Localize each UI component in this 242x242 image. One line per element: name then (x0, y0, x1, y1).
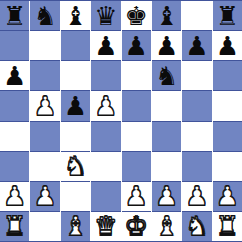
square-a2[interactable]: ♟ (0, 182, 29, 211)
square-e8[interactable]: ♚ (122, 1, 151, 30)
square-c7[interactable] (61, 31, 90, 60)
square-d5[interactable]: ♟ (91, 91, 120, 120)
piece-white-rook: ♜ (3, 213, 26, 239)
piece-white-queen: ♛ (94, 213, 117, 239)
piece-black-king: ♚ (125, 3, 148, 29)
square-h2[interactable]: ♟ (213, 182, 242, 211)
square-h1[interactable]: ♜ (213, 212, 242, 241)
square-g5[interactable] (182, 91, 211, 120)
square-c3[interactable]: ♞ (61, 152, 90, 181)
square-a5[interactable] (0, 91, 29, 120)
square-b2[interactable]: ♟ (30, 182, 59, 211)
piece-white-pawn: ♟ (185, 183, 208, 209)
piece-black-pawn: ♟ (185, 33, 208, 59)
piece-black-queen: ♛ (94, 3, 117, 29)
square-e2[interactable]: ♟ (122, 182, 151, 211)
square-b3[interactable] (30, 152, 59, 181)
square-a7[interactable] (0, 31, 29, 60)
piece-white-bishop: ♝ (155, 213, 178, 239)
square-d4[interactable] (91, 122, 120, 151)
square-f6[interactable]: ♞ (152, 61, 181, 90)
piece-white-pawn: ♟ (125, 183, 148, 209)
square-e3[interactable] (122, 152, 151, 181)
square-e5[interactable] (122, 91, 151, 120)
square-h5[interactable] (213, 91, 242, 120)
piece-black-knight: ♞ (33, 3, 56, 29)
square-f2[interactable]: ♟ (152, 182, 181, 211)
piece-black-bishop: ♝ (64, 3, 87, 29)
piece-white-bishop: ♝ (64, 213, 87, 239)
piece-black-bishop: ♝ (155, 3, 178, 29)
square-a8[interactable]: ♜ (0, 1, 29, 30)
square-e1[interactable]: ♚ (122, 212, 151, 241)
square-f1[interactable]: ♝ (152, 212, 181, 241)
square-h3[interactable] (213, 152, 242, 181)
square-e7[interactable]: ♟ (122, 31, 151, 60)
piece-white-pawn: ♟ (33, 93, 56, 119)
piece-black-rook: ♜ (216, 3, 239, 29)
square-a3[interactable] (0, 152, 29, 181)
square-f8[interactable]: ♝ (152, 1, 181, 30)
piece-black-pawn: ♟ (125, 33, 148, 59)
square-d1[interactable]: ♛ (91, 212, 120, 241)
square-d6[interactable] (91, 61, 120, 90)
square-g1[interactable]: ♞ (182, 212, 211, 241)
piece-black-knight: ♞ (155, 63, 178, 89)
chess-board: ♜♞♝♛♚♝♜♟♟♟♟♟♟♞♟♟♟♞♟♟♟♟♟♟♜♝♛♚♝♞♜ (0, 0, 242, 242)
piece-black-rook: ♜ (3, 3, 26, 29)
piece-black-pawn: ♟ (3, 63, 26, 89)
square-f5[interactable] (152, 91, 181, 120)
piece-black-pawn: ♟ (64, 93, 87, 119)
square-b1[interactable] (30, 212, 59, 241)
square-e6[interactable] (122, 61, 151, 90)
square-a6[interactable]: ♟ (0, 61, 29, 90)
square-h8[interactable]: ♜ (213, 1, 242, 30)
piece-white-pawn: ♟ (94, 93, 117, 119)
piece-white-pawn: ♟ (155, 183, 178, 209)
square-b6[interactable] (30, 61, 59, 90)
square-c8[interactable]: ♝ (61, 1, 90, 30)
square-g8[interactable] (182, 1, 211, 30)
square-h4[interactable] (213, 122, 242, 151)
square-b4[interactable] (30, 122, 59, 151)
square-c5[interactable]: ♟ (61, 91, 90, 120)
square-e4[interactable] (122, 122, 151, 151)
piece-white-king: ♚ (125, 213, 148, 239)
piece-black-pawn: ♟ (94, 33, 117, 59)
chess-board-container: ♜♞♝♛♚♝♜♟♟♟♟♟♟♞♟♟♟♞♟♟♟♟♟♟♜♝♛♚♝♞♜ (0, 0, 242, 242)
square-c2[interactable] (61, 182, 90, 211)
square-a1[interactable]: ♜ (0, 212, 29, 241)
square-c6[interactable] (61, 61, 90, 90)
piece-black-pawn: ♟ (216, 33, 239, 59)
square-c1[interactable]: ♝ (61, 212, 90, 241)
piece-white-knight: ♞ (64, 153, 87, 179)
piece-white-pawn: ♟ (3, 183, 26, 209)
square-f7[interactable]: ♟ (152, 31, 181, 60)
square-g4[interactable] (182, 122, 211, 151)
square-d7[interactable]: ♟ (91, 31, 120, 60)
square-d3[interactable] (91, 152, 120, 181)
square-g2[interactable]: ♟ (182, 182, 211, 211)
piece-white-pawn: ♟ (33, 183, 56, 209)
square-c4[interactable] (61, 122, 90, 151)
square-d2[interactable] (91, 182, 120, 211)
square-g7[interactable]: ♟ (182, 31, 211, 60)
square-a4[interactable] (0, 122, 29, 151)
square-g6[interactable] (182, 61, 211, 90)
square-b7[interactable] (30, 31, 59, 60)
square-h7[interactable]: ♟ (213, 31, 242, 60)
piece-white-knight: ♞ (185, 213, 208, 239)
square-f3[interactable] (152, 152, 181, 181)
piece-white-rook: ♜ (216, 213, 239, 239)
square-h6[interactable] (213, 61, 242, 90)
piece-white-pawn: ♟ (216, 183, 239, 209)
piece-black-pawn: ♟ (155, 33, 178, 59)
square-f4[interactable] (152, 122, 181, 151)
square-b8[interactable]: ♞ (30, 1, 59, 30)
square-b5[interactable]: ♟ (30, 91, 59, 120)
square-d8[interactable]: ♛ (91, 1, 120, 30)
square-g3[interactable] (182, 152, 211, 181)
